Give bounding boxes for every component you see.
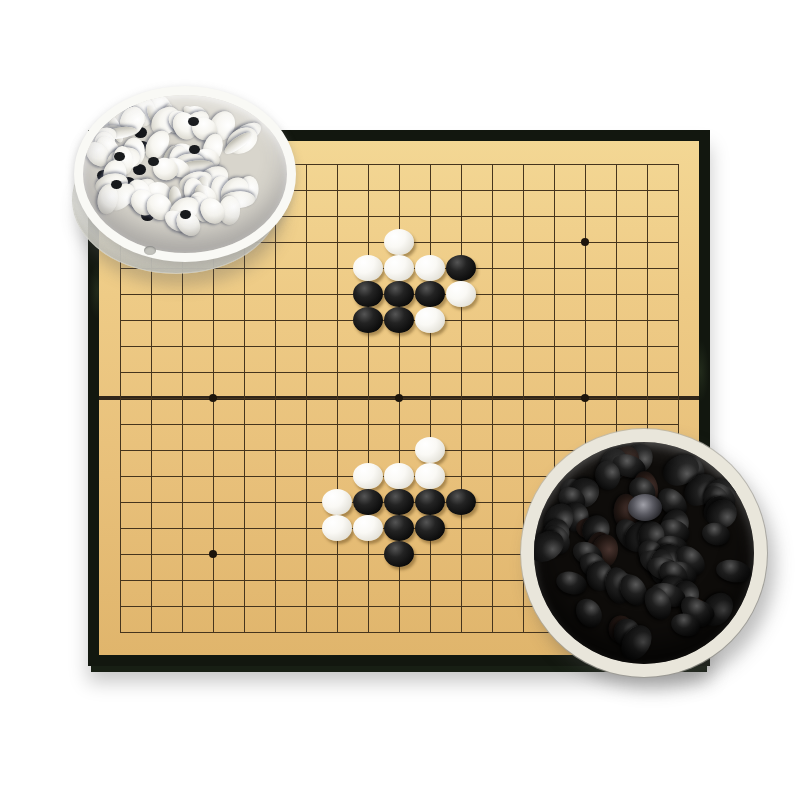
go-stone-black[interactable]: [415, 515, 445, 541]
star-point: [395, 394, 403, 402]
pile-gap: [114, 152, 125, 161]
go-stone-white[interactable]: [384, 463, 414, 489]
go-stone-black[interactable]: [353, 281, 383, 307]
go-stone-black[interactable]: [446, 255, 476, 281]
pile-gap: [111, 180, 122, 189]
go-stone-white[interactable]: [353, 255, 383, 281]
go-stone-black[interactable]: [353, 307, 383, 333]
go-stone-black[interactable]: [384, 307, 414, 333]
go-stone-black[interactable]: [415, 281, 445, 307]
go-stone-white[interactable]: [322, 515, 352, 541]
white-stones-bowl[interactable]: [74, 86, 296, 262]
pile-gap: [180, 210, 191, 219]
go-stone-black[interactable]: [415, 489, 445, 515]
go-stone-white[interactable]: [353, 515, 383, 541]
star-point: [209, 394, 217, 402]
go-stone-white[interactable]: [322, 489, 352, 515]
black-stones-bowl[interactable]: [521, 429, 767, 677]
go-stone-white[interactable]: [384, 229, 414, 255]
go-stone-black[interactable]: [384, 541, 414, 567]
go-stone-white[interactable]: [415, 437, 445, 463]
go-stone-white[interactable]: [384, 255, 414, 281]
go-stone-black[interactable]: [384, 489, 414, 515]
pile-gap: [189, 145, 200, 154]
go-stone-white[interactable]: [353, 463, 383, 489]
black-pile-stone: [715, 557, 753, 584]
black-pile-stone: [571, 594, 607, 632]
go-stone-white[interactable]: [415, 463, 445, 489]
go-stone-white[interactable]: [415, 255, 445, 281]
go-stone-black[interactable]: [384, 281, 414, 307]
go-stone-black[interactable]: [353, 489, 383, 515]
black-stone-pile: [534, 442, 754, 664]
star-point: [581, 238, 589, 246]
go-stone-black[interactable]: [446, 489, 476, 515]
white-stone-pile: [83, 95, 287, 253]
white-bowl-dimple: [144, 246, 156, 255]
star-point: [581, 394, 589, 402]
go-stone-white[interactable]: [446, 281, 476, 307]
product-photo-scene: [0, 0, 800, 800]
grey-pile-stone: [628, 494, 662, 521]
go-stone-white[interactable]: [415, 307, 445, 333]
star-point: [209, 550, 217, 558]
go-stone-black[interactable]: [384, 515, 414, 541]
